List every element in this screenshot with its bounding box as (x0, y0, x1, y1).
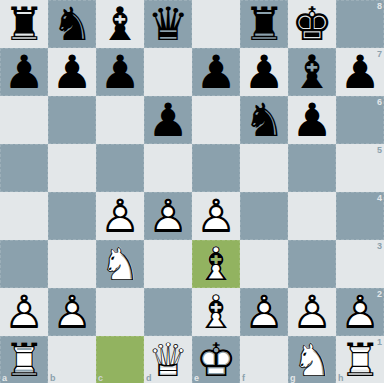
piece-fill-glyph: ♟ (240, 48, 288, 96)
piece-outline-glyph: ♗ (192, 288, 240, 336)
black-pawn-piece[interactable]: ♟ (288, 96, 336, 144)
square-c1[interactable]: c (96, 336, 144, 383)
piece-fill-glyph: ♟ (336, 48, 384, 96)
square-g6[interactable]: ♟ (288, 96, 336, 144)
black-knight-piece[interactable]: ♞ (48, 0, 96, 48)
black-rook-piece[interactable]: ♜ (240, 0, 288, 48)
rank-label: 4 (377, 193, 382, 203)
rank-label: 6 (377, 97, 382, 107)
piece-fill-glyph: ♟ (96, 48, 144, 96)
square-g3[interactable] (288, 240, 336, 288)
square-b4[interactable] (48, 192, 96, 240)
piece-fill-glyph: ♟ (48, 48, 96, 96)
white-pawn-piece[interactable]: ♟♙ (240, 288, 288, 336)
square-f4[interactable] (240, 192, 288, 240)
square-g1[interactable]: g♞♘ (288, 336, 336, 383)
black-bishop-piece[interactable]: ♝ (288, 48, 336, 96)
white-pawn-piece[interactable]: ♟♙ (336, 288, 384, 336)
file-label: b (50, 373, 56, 383)
square-g5[interactable] (288, 144, 336, 192)
square-e6[interactable] (192, 96, 240, 144)
file-label: c (98, 373, 103, 383)
piece-fill-glyph: ♝ (96, 0, 144, 48)
square-a6[interactable] (0, 96, 48, 144)
square-b2[interactable]: ♟♙ (48, 288, 96, 336)
square-h3[interactable]: 3 (336, 240, 384, 288)
square-e7[interactable]: ♟ (192, 48, 240, 96)
rank-label: 3 (377, 241, 382, 251)
piece-outline-glyph: ♖ (0, 336, 48, 383)
piece-fill-glyph: ♜ (0, 0, 48, 48)
piece-outline-glyph: ♕ (144, 336, 192, 383)
square-a4[interactable] (0, 192, 48, 240)
piece-fill-glyph: ♟ (192, 48, 240, 96)
white-pawn-piece[interactable]: ♟♙ (48, 288, 96, 336)
square-h4[interactable]: 4 (336, 192, 384, 240)
square-a3[interactable] (0, 240, 48, 288)
black-pawn-piece[interactable]: ♟ (144, 96, 192, 144)
white-pawn-piece[interactable]: ♟♙ (192, 192, 240, 240)
white-pawn-piece[interactable]: ♟♙ (0, 288, 48, 336)
square-f5[interactable] (240, 144, 288, 192)
square-h2[interactable]: 2♟♙ (336, 288, 384, 336)
square-b3[interactable] (48, 240, 96, 288)
piece-fill-glyph: ♛ (144, 0, 192, 48)
piece-outline-glyph: ♙ (288, 288, 336, 336)
square-c6[interactable] (96, 96, 144, 144)
piece-outline-glyph: ♙ (192, 192, 240, 240)
square-h8[interactable]: 8 (336, 0, 384, 48)
square-d2[interactable] (144, 288, 192, 336)
white-bishop-piece[interactable]: ♝♗ (192, 288, 240, 336)
square-f1[interactable]: f (240, 336, 288, 383)
piece-fill-glyph: ♟ (144, 96, 192, 144)
square-d1[interactable]: d♛♕ (144, 336, 192, 383)
white-knight-piece[interactable]: ♞♘ (288, 336, 336, 383)
black-pawn-piece[interactable]: ♟ (96, 48, 144, 96)
square-c4[interactable]: ♟♙ (96, 192, 144, 240)
piece-outline-glyph: ♙ (48, 288, 96, 336)
piece-fill-glyph: ♞ (48, 0, 96, 48)
square-b8[interactable]: ♞ (48, 0, 96, 48)
square-d7[interactable] (144, 48, 192, 96)
white-pawn-piece[interactable]: ♟♙ (96, 192, 144, 240)
square-f3[interactable] (240, 240, 288, 288)
piece-outline-glyph: ♘ (288, 336, 336, 383)
black-pawn-piece[interactable]: ♟ (48, 48, 96, 96)
square-c5[interactable] (96, 144, 144, 192)
square-e4[interactable]: ♟♙ (192, 192, 240, 240)
square-g4[interactable] (288, 192, 336, 240)
square-a8[interactable]: ♜ (0, 0, 48, 48)
square-c2[interactable] (96, 288, 144, 336)
square-h5[interactable]: 5 (336, 144, 384, 192)
square-e1[interactable]: e♚♔ (192, 336, 240, 383)
white-queen-piece[interactable]: ♛♕ (144, 336, 192, 383)
square-f6[interactable]: ♞ (240, 96, 288, 144)
square-c3[interactable]: ♞♘ (96, 240, 144, 288)
white-pawn-piece[interactable]: ♟♙ (144, 192, 192, 240)
black-knight-piece[interactable]: ♞ (240, 96, 288, 144)
square-h6[interactable]: 6 (336, 96, 384, 144)
square-f8[interactable]: ♜ (240, 0, 288, 48)
piece-fill-glyph: ♞ (240, 96, 288, 144)
piece-fill-glyph: ♝ (288, 48, 336, 96)
piece-outline-glyph: ♙ (144, 192, 192, 240)
square-a1[interactable]: a♜♖ (0, 336, 48, 383)
piece-outline-glyph: ♘ (96, 240, 144, 288)
square-g7[interactable]: ♝ (288, 48, 336, 96)
square-a2[interactable]: ♟♙ (0, 288, 48, 336)
square-h7[interactable]: 7♟ (336, 48, 384, 96)
white-rook-piece[interactable]: ♜♖ (336, 336, 384, 383)
black-pawn-piece[interactable]: ♟ (0, 48, 48, 96)
piece-fill-glyph: ♜ (240, 0, 288, 48)
white-pawn-piece[interactable]: ♟♙ (288, 288, 336, 336)
chess-board: ♜♞♝♛♜♚8♟♟♟♟♟♝7♟♟♞♟65♟♙♟♙♟♙4♞♘♝♗3♟♙♟♙♝♗♟♙… (0, 0, 384, 383)
square-e8[interactable] (192, 0, 240, 48)
piece-outline-glyph: ♙ (96, 192, 144, 240)
square-d6[interactable]: ♟ (144, 96, 192, 144)
piece-outline-glyph: ♗ (192, 240, 240, 288)
white-knight-piece[interactable]: ♞♘ (96, 240, 144, 288)
piece-outline-glyph: ♔ (192, 336, 240, 383)
square-e5[interactable] (192, 144, 240, 192)
square-f7[interactable]: ♟ (240, 48, 288, 96)
black-king-piece[interactable]: ♚ (288, 0, 336, 48)
square-h1[interactable]: 1h♜♖ (336, 336, 384, 383)
square-d5[interactable] (144, 144, 192, 192)
black-pawn-piece[interactable]: ♟ (240, 48, 288, 96)
piece-outline-glyph: ♙ (240, 288, 288, 336)
square-d8[interactable]: ♛ (144, 0, 192, 48)
square-a7[interactable]: ♟ (0, 48, 48, 96)
piece-outline-glyph: ♙ (0, 288, 48, 336)
square-e2[interactable]: ♝♗ (192, 288, 240, 336)
black-queen-piece[interactable]: ♛ (144, 0, 192, 48)
square-g8[interactable]: ♚ (288, 0, 336, 48)
square-d3[interactable] (144, 240, 192, 288)
square-b5[interactable] (48, 144, 96, 192)
piece-fill-glyph: ♟ (0, 48, 48, 96)
piece-fill-glyph: ♚ (288, 0, 336, 48)
rank-label: 8 (377, 1, 382, 11)
white-rook-piece[interactable]: ♜♖ (0, 336, 48, 383)
piece-fill-glyph: ♟ (288, 96, 336, 144)
piece-outline-glyph: ♙ (336, 288, 384, 336)
square-g2[interactable]: ♟♙ (288, 288, 336, 336)
white-bishop-piece[interactable]: ♝♗ (192, 240, 240, 288)
file-label: f (242, 373, 245, 383)
square-f2[interactable]: ♟♙ (240, 288, 288, 336)
piece-outline-glyph: ♖ (336, 336, 384, 383)
square-b7[interactable]: ♟ (48, 48, 96, 96)
square-b6[interactable] (48, 96, 96, 144)
black-pawn-piece[interactable]: ♟ (336, 48, 384, 96)
black-pawn-piece[interactable]: ♟ (192, 48, 240, 96)
black-bishop-piece[interactable]: ♝ (96, 0, 144, 48)
square-d4[interactable]: ♟♙ (144, 192, 192, 240)
square-c8[interactable]: ♝ (96, 0, 144, 48)
black-rook-piece[interactable]: ♜ (0, 0, 48, 48)
square-c7[interactable]: ♟ (96, 48, 144, 96)
white-king-piece[interactable]: ♚♔ (192, 336, 240, 383)
square-a5[interactable] (0, 144, 48, 192)
square-b1[interactable]: b (48, 336, 96, 383)
rank-label: 5 (377, 145, 382, 155)
square-e3[interactable]: ♝♗ (192, 240, 240, 288)
